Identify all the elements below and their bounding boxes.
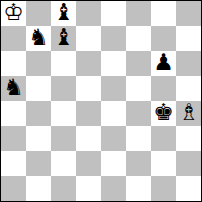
square-f3[interactable] xyxy=(126,126,151,151)
piece-black-knight[interactable]: ♞ xyxy=(28,26,49,50)
square-h1[interactable] xyxy=(176,176,201,201)
square-a4[interactable] xyxy=(1,101,26,126)
square-d6[interactable] xyxy=(76,51,101,76)
square-d1[interactable] xyxy=(76,176,101,201)
square-c8[interactable]: ♝ xyxy=(51,1,76,26)
square-e7[interactable] xyxy=(101,26,126,51)
square-f4[interactable] xyxy=(126,101,151,126)
square-e6[interactable] xyxy=(101,51,126,76)
square-a3[interactable] xyxy=(1,126,26,151)
square-h2[interactable] xyxy=(176,151,201,176)
square-c7[interactable]: ♝ xyxy=(51,26,76,51)
square-e3[interactable] xyxy=(101,126,126,151)
piece-black-king[interactable]: ♚ xyxy=(153,101,174,125)
square-c1[interactable] xyxy=(51,176,76,201)
square-a5[interactable]: ♞ xyxy=(1,76,26,101)
square-b3[interactable] xyxy=(26,126,51,151)
square-d4[interactable] xyxy=(76,101,101,126)
square-e4[interactable] xyxy=(101,101,126,126)
square-e8[interactable] xyxy=(101,1,126,26)
square-f1[interactable] xyxy=(126,176,151,201)
square-e5[interactable] xyxy=(101,76,126,101)
piece-black-knight[interactable]: ♞ xyxy=(3,76,24,100)
piece-black-bishop[interactable]: ♝ xyxy=(53,1,74,25)
piece-white-bishop[interactable]: ♗ xyxy=(178,101,199,125)
square-f7[interactable] xyxy=(126,26,151,51)
square-c5[interactable] xyxy=(51,76,76,101)
square-f8[interactable] xyxy=(126,1,151,26)
square-a6[interactable] xyxy=(1,51,26,76)
square-d3[interactable] xyxy=(76,126,101,151)
square-c2[interactable] xyxy=(51,151,76,176)
square-d7[interactable] xyxy=(76,26,101,51)
square-c6[interactable] xyxy=(51,51,76,76)
square-a1[interactable] xyxy=(1,176,26,201)
square-g7[interactable] xyxy=(151,26,176,51)
square-e2[interactable] xyxy=(101,151,126,176)
square-h6[interactable] xyxy=(176,51,201,76)
square-b6[interactable] xyxy=(26,51,51,76)
square-h8[interactable] xyxy=(176,1,201,26)
piece-black-bishop[interactable]: ♝ xyxy=(53,26,74,50)
square-g2[interactable] xyxy=(151,151,176,176)
piece-black-pawn[interactable]: ♟ xyxy=(153,51,174,75)
square-g6[interactable]: ♟ xyxy=(151,51,176,76)
square-c4[interactable] xyxy=(51,101,76,126)
square-a7[interactable] xyxy=(1,26,26,51)
square-g1[interactable] xyxy=(151,176,176,201)
square-d2[interactable] xyxy=(76,151,101,176)
square-d8[interactable] xyxy=(76,1,101,26)
square-h4[interactable]: ♗ xyxy=(176,101,201,126)
square-h3[interactable] xyxy=(176,126,201,151)
square-f5[interactable] xyxy=(126,76,151,101)
square-b7[interactable]: ♞ xyxy=(26,26,51,51)
square-f2[interactable] xyxy=(126,151,151,176)
square-g3[interactable] xyxy=(151,126,176,151)
square-b4[interactable] xyxy=(26,101,51,126)
square-b8[interactable] xyxy=(26,1,51,26)
square-b1[interactable] xyxy=(26,176,51,201)
square-e1[interactable] xyxy=(101,176,126,201)
square-h7[interactable] xyxy=(176,26,201,51)
square-b5[interactable] xyxy=(26,76,51,101)
chess-board: ♔♝♞♝♟♞♚♗ xyxy=(0,0,202,202)
piece-white-king[interactable]: ♔ xyxy=(3,1,24,25)
square-f6[interactable] xyxy=(126,51,151,76)
square-g5[interactable] xyxy=(151,76,176,101)
square-a8[interactable]: ♔ xyxy=(1,1,26,26)
square-b2[interactable] xyxy=(26,151,51,176)
square-a2[interactable] xyxy=(1,151,26,176)
square-h5[interactable] xyxy=(176,76,201,101)
square-c3[interactable] xyxy=(51,126,76,151)
square-g4[interactable]: ♚ xyxy=(151,101,176,126)
square-d5[interactable] xyxy=(76,76,101,101)
square-g8[interactable] xyxy=(151,1,176,26)
chess-diagram: ♔♝♞♝♟♞♚♗ xyxy=(0,0,202,202)
